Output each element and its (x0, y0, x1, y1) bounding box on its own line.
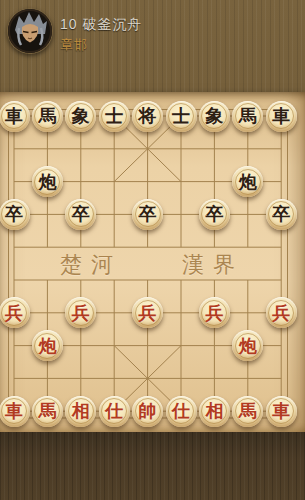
piece-glyph: 馬 (38, 399, 56, 423)
piece-red-advisor[interactable]: 仕 (166, 396, 197, 427)
piece-glyph: 馬 (239, 399, 257, 423)
piece-glyph: 炮 (38, 170, 56, 194)
piece-red-chariot[interactable]: 車 (266, 396, 297, 427)
piece-glyph: 相 (72, 399, 90, 423)
piece-red-elephant[interactable]: 相 (65, 396, 96, 427)
piece-glyph: 車 (272, 104, 290, 128)
piece-glyph: 車 (5, 399, 23, 423)
piece-glyph: 炮 (239, 170, 257, 194)
piece-black-soldier[interactable]: 卒 (199, 199, 230, 230)
piece-red-horse[interactable]: 馬 (32, 396, 63, 427)
piece-black-elephant[interactable]: 象 (65, 101, 96, 132)
river-label-left: 楚河 (60, 250, 122, 280)
table-wood-lower (0, 432, 305, 500)
piece-glyph: 将 (139, 104, 157, 128)
piece-glyph: 兵 (5, 301, 23, 325)
piece-glyph: 車 (5, 104, 23, 128)
piece-black-general[interactable]: 将 (132, 101, 163, 132)
piece-red-soldier[interactable]: 兵 (199, 297, 230, 328)
piece-red-soldier[interactable]: 兵 (0, 297, 30, 328)
piece-red-elephant[interactable]: 相 (199, 396, 230, 427)
piece-glyph: 帥 (139, 399, 157, 423)
piece-glyph: 馬 (239, 104, 257, 128)
piece-red-cannon[interactable]: 炮 (32, 330, 63, 361)
piece-red-horse[interactable]: 馬 (232, 396, 263, 427)
player-avatar[interactable] (7, 8, 53, 54)
piece-glyph: 仕 (172, 399, 190, 423)
piece-glyph: 兵 (139, 301, 157, 325)
xiangqi-board[interactable]: 楚河 漢界 車馬象士将士象馬車炮炮卒卒卒卒卒兵兵兵兵兵炮炮車馬相仕帥仕相馬車 (0, 92, 305, 432)
piece-glyph: 卒 (272, 202, 290, 226)
piece-red-soldier[interactable]: 兵 (266, 297, 297, 328)
piece-black-soldier[interactable]: 卒 (132, 199, 163, 230)
piece-black-horse[interactable]: 馬 (232, 101, 263, 132)
piece-glyph: 兵 (272, 301, 290, 325)
piece-red-chariot[interactable]: 車 (0, 396, 30, 427)
river-label-right: 漢界 (182, 250, 244, 280)
piece-glyph: 馬 (38, 104, 56, 128)
piece-black-chariot[interactable]: 車 (266, 101, 297, 132)
game-screen: 10 破釜沉舟 章邯 楚河 漢界 車馬象士将士象馬車炮炮卒卒卒卒卒兵兵兵兵兵炮炮… (0, 0, 305, 500)
opponent-name: 章邯 (60, 36, 88, 54)
board-grid (0, 92, 305, 432)
piece-glyph: 仕 (105, 399, 123, 423)
piece-black-soldier[interactable]: 卒 (65, 199, 96, 230)
piece-glyph: 車 (272, 399, 290, 423)
piece-glyph: 士 (105, 104, 123, 128)
piece-black-advisor[interactable]: 士 (99, 101, 130, 132)
piece-glyph: 炮 (239, 334, 257, 358)
piece-glyph: 相 (205, 399, 223, 423)
piece-black-advisor[interactable]: 士 (166, 101, 197, 132)
piece-black-horse[interactable]: 馬 (32, 101, 63, 132)
piece-glyph: 兵 (72, 301, 90, 325)
stage-title: 10 破釜沉舟 (60, 16, 142, 34)
piece-glyph: 象 (205, 104, 223, 128)
piece-glyph: 兵 (205, 301, 223, 325)
piece-glyph: 卒 (205, 202, 223, 226)
piece-glyph: 炮 (38, 334, 56, 358)
piece-glyph: 士 (172, 104, 190, 128)
piece-glyph: 象 (72, 104, 90, 128)
piece-black-soldier[interactable]: 卒 (266, 199, 297, 230)
piece-black-soldier[interactable]: 卒 (0, 199, 30, 230)
piece-glyph: 卒 (139, 202, 157, 226)
piece-glyph: 卒 (5, 202, 23, 226)
piece-red-advisor[interactable]: 仕 (99, 396, 130, 427)
piece-black-cannon[interactable]: 炮 (32, 166, 63, 197)
warrior-avatar-icon (7, 8, 53, 54)
piece-glyph: 卒 (72, 202, 90, 226)
piece-black-elephant[interactable]: 象 (199, 101, 230, 132)
piece-red-general[interactable]: 帥 (132, 396, 163, 427)
piece-black-chariot[interactable]: 車 (0, 101, 30, 132)
